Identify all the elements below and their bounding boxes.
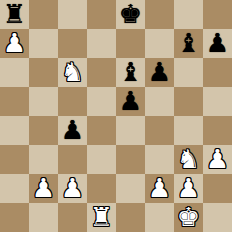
square-g5[interactable]	[174, 87, 203, 116]
black-pawn[interactable]: ♟	[119, 88, 142, 114]
square-a3[interactable]	[0, 145, 29, 174]
square-h6[interactable]	[203, 58, 232, 87]
square-e4[interactable]	[116, 116, 145, 145]
square-c3[interactable]	[58, 145, 87, 174]
black-pawn[interactable]: ♟	[148, 59, 171, 85]
square-h3[interactable]: ♟	[203, 145, 232, 174]
white-rook[interactable]: ♜	[90, 204, 113, 230]
square-a2[interactable]	[0, 174, 29, 203]
white-pawn[interactable]: ♟	[32, 175, 55, 201]
square-f3[interactable]	[145, 145, 174, 174]
square-e1[interactable]	[116, 203, 145, 232]
square-b3[interactable]	[29, 145, 58, 174]
square-a7[interactable]: ♟	[0, 29, 29, 58]
black-bishop[interactable]: ♝	[177, 30, 200, 56]
square-a4[interactable]	[0, 116, 29, 145]
square-e5[interactable]: ♟	[116, 87, 145, 116]
square-g1[interactable]: ♚	[174, 203, 203, 232]
square-h4[interactable]	[203, 116, 232, 145]
square-b6[interactable]	[29, 58, 58, 87]
square-f7[interactable]	[145, 29, 174, 58]
square-a1[interactable]	[0, 203, 29, 232]
black-pawn[interactable]: ♟	[206, 30, 229, 56]
square-b8[interactable]	[29, 0, 58, 29]
square-b4[interactable]	[29, 116, 58, 145]
square-f1[interactable]	[145, 203, 174, 232]
square-f2[interactable]: ♟	[145, 174, 174, 203]
square-d6[interactable]	[87, 58, 116, 87]
square-b7[interactable]	[29, 29, 58, 58]
square-d3[interactable]	[87, 145, 116, 174]
square-a6[interactable]	[0, 58, 29, 87]
black-king[interactable]: ♚	[119, 1, 142, 27]
square-d5[interactable]	[87, 87, 116, 116]
black-pawn[interactable]: ♟	[61, 117, 84, 143]
square-c5[interactable]	[58, 87, 87, 116]
white-pawn[interactable]: ♟	[61, 175, 84, 201]
square-d1[interactable]: ♜	[87, 203, 116, 232]
square-e2[interactable]	[116, 174, 145, 203]
square-d7[interactable]	[87, 29, 116, 58]
white-knight[interactable]: ♞	[61, 59, 84, 85]
square-g3[interactable]: ♞	[174, 145, 203, 174]
square-f5[interactable]	[145, 87, 174, 116]
square-e8[interactable]: ♚	[116, 0, 145, 29]
square-f4[interactable]	[145, 116, 174, 145]
white-pawn[interactable]: ♟	[148, 175, 171, 201]
square-f8[interactable]	[145, 0, 174, 29]
square-c1[interactable]	[58, 203, 87, 232]
square-f6[interactable]: ♟	[145, 58, 174, 87]
square-h1[interactable]	[203, 203, 232, 232]
square-g7[interactable]: ♝	[174, 29, 203, 58]
square-c2[interactable]: ♟	[58, 174, 87, 203]
white-pawn[interactable]: ♟	[206, 146, 229, 172]
square-d8[interactable]	[87, 0, 116, 29]
square-e3[interactable]	[116, 145, 145, 174]
square-h8[interactable]	[203, 0, 232, 29]
square-e7[interactable]	[116, 29, 145, 58]
white-king[interactable]: ♚	[177, 204, 200, 230]
square-b1[interactable]	[29, 203, 58, 232]
black-bishop[interactable]: ♝	[119, 59, 142, 85]
white-pawn[interactable]: ♟	[177, 175, 200, 201]
square-g2[interactable]: ♟	[174, 174, 203, 203]
square-c8[interactable]	[58, 0, 87, 29]
square-c4[interactable]: ♟	[58, 116, 87, 145]
square-d2[interactable]	[87, 174, 116, 203]
square-g8[interactable]	[174, 0, 203, 29]
white-knight[interactable]: ♞	[177, 146, 200, 172]
square-g4[interactable]	[174, 116, 203, 145]
square-d4[interactable]	[87, 116, 116, 145]
square-h7[interactable]: ♟	[203, 29, 232, 58]
square-a5[interactable]	[0, 87, 29, 116]
square-h2[interactable]	[203, 174, 232, 203]
chess-board: ♜♚♟♝♟♞♝♟♟♟♞♟♟♟♟♟♜♚	[0, 0, 232, 232]
square-h5[interactable]	[203, 87, 232, 116]
square-b2[interactable]: ♟	[29, 174, 58, 203]
square-c6[interactable]: ♞	[58, 58, 87, 87]
white-pawn[interactable]: ♟	[3, 30, 26, 56]
square-c7[interactable]	[58, 29, 87, 58]
black-rook[interactable]: ♜	[3, 1, 26, 27]
square-b5[interactable]	[29, 87, 58, 116]
square-g6[interactable]	[174, 58, 203, 87]
square-e6[interactable]: ♝	[116, 58, 145, 87]
square-a8[interactable]: ♜	[0, 0, 29, 29]
